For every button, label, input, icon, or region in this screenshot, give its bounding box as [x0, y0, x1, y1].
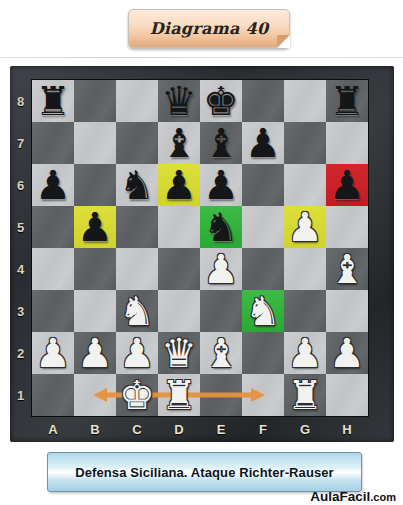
- square-c6: ♞: [116, 164, 158, 206]
- square-e5: ♞: [200, 206, 242, 248]
- square-c8: [116, 80, 158, 122]
- square-a8: ♜: [32, 80, 74, 122]
- square-e7: ♝: [200, 122, 242, 164]
- square-e6: ♟: [200, 164, 242, 206]
- square-f4: [242, 248, 284, 290]
- square-h1: [326, 374, 368, 416]
- square-a3: [32, 290, 74, 332]
- black-queen-d8: ♛: [161, 80, 197, 122]
- square-b8: [74, 80, 116, 122]
- square-g8: [284, 80, 326, 122]
- black-pawn-f7: ♟: [245, 122, 281, 164]
- file-label-b: B: [74, 416, 116, 442]
- file-label-a: A: [32, 416, 74, 442]
- square-e4: ♟: [200, 248, 242, 290]
- white-pawn-b2: ♟: [77, 332, 113, 374]
- file-label-f: F: [242, 416, 284, 442]
- rank-label-5: 5: [10, 206, 31, 248]
- black-pawn-a6: ♟: [35, 164, 71, 206]
- black-pawn-e6: ♟: [203, 164, 239, 206]
- square-c4: [116, 248, 158, 290]
- square-g3: [284, 290, 326, 332]
- site-tld: .com: [370, 491, 396, 503]
- white-king-c1: ♚: [119, 374, 155, 416]
- black-king-e8: ♚: [203, 80, 239, 122]
- square-d3: [158, 290, 200, 332]
- square-e1: [200, 374, 242, 416]
- square-h6: ♟: [326, 164, 368, 206]
- white-queen-d2: ♛: [161, 332, 197, 374]
- square-f3: ♞: [242, 290, 284, 332]
- black-rook-a8: ♜: [35, 80, 71, 122]
- file-label-h: H: [326, 416, 368, 442]
- square-c2: ♟: [116, 332, 158, 374]
- caption-box: Defensa Siciliana. Ataque Richter-Rauser: [47, 452, 362, 492]
- white-pawn-e4: ♟: [203, 248, 239, 290]
- square-g7: [284, 122, 326, 164]
- banner-fold-cut: [277, 35, 290, 48]
- white-knight-c3: ♞: [119, 290, 155, 332]
- square-c1: ♚: [116, 374, 158, 416]
- file-labels: ABCDEFGH: [32, 416, 368, 442]
- site-name: AulaFacil: [310, 489, 370, 504]
- caption-text: Defensa Siciliana. Ataque Richter-Rauser: [75, 465, 334, 480]
- black-rook-h8: ♜: [329, 80, 365, 122]
- square-c7: [116, 122, 158, 164]
- white-rook-g1: ♜: [287, 374, 323, 416]
- square-f7: ♟: [242, 122, 284, 164]
- diagram-banner: Diagrama 40: [128, 9, 290, 48]
- black-bishop-e7: ♝: [203, 122, 239, 164]
- square-d8: ♛: [158, 80, 200, 122]
- square-b3: [74, 290, 116, 332]
- file-label-d: D: [158, 416, 200, 442]
- square-d1: ♜: [158, 374, 200, 416]
- white-pawn-c2: ♟: [119, 332, 155, 374]
- divider-line: [0, 57, 403, 58]
- diagram-title: Diagrama 40: [150, 19, 269, 38]
- square-f5: [242, 206, 284, 248]
- square-c3: ♞: [116, 290, 158, 332]
- rank-label-1: 1: [10, 374, 31, 416]
- square-c5: [116, 206, 158, 248]
- rank-label-4: 4: [10, 248, 31, 290]
- square-f6: [242, 164, 284, 206]
- lesson-page: Diagrama 40 87654321 ♜♛♚♜♝♝♟♟♞♟♟♟♟♞♟♟♝♞♞…: [0, 0, 403, 505]
- square-e2: ♝: [200, 332, 242, 374]
- square-d7: ♝: [158, 122, 200, 164]
- rank-label-6: 6: [10, 164, 31, 206]
- square-e3: [200, 290, 242, 332]
- square-g5: ♟: [284, 206, 326, 248]
- black-bishop-d7: ♝: [161, 122, 197, 164]
- square-b7: [74, 122, 116, 164]
- square-g1: ♜: [284, 374, 326, 416]
- square-e8: ♚: [200, 80, 242, 122]
- black-knight-c6: ♞: [119, 164, 155, 206]
- white-pawn-g5: ♟: [287, 206, 323, 248]
- black-pawn-d6: ♟: [161, 164, 197, 206]
- white-pawn-a2: ♟: [35, 332, 71, 374]
- rank-label-3: 3: [10, 290, 31, 332]
- square-b4: [74, 248, 116, 290]
- square-h5: [326, 206, 368, 248]
- square-g4: [284, 248, 326, 290]
- square-h3: [326, 290, 368, 332]
- square-h2: ♟: [326, 332, 368, 374]
- square-d6: ♟: [158, 164, 200, 206]
- file-label-g: G: [284, 416, 326, 442]
- square-d2: ♛: [158, 332, 200, 374]
- square-f8: [242, 80, 284, 122]
- white-bishop-h4: ♝: [329, 248, 365, 290]
- site-logo: AulaFacil.com: [310, 487, 396, 505]
- square-h4: ♝: [326, 248, 368, 290]
- square-f1: [242, 374, 284, 416]
- square-b1: [74, 374, 116, 416]
- white-pawn-g2: ♟: [287, 332, 323, 374]
- square-b2: ♟: [74, 332, 116, 374]
- black-pawn-h6: ♟: [329, 164, 365, 206]
- white-pawn-h2: ♟: [329, 332, 365, 374]
- rank-label-7: 7: [10, 122, 31, 164]
- chess-board: 87654321 ♜♛♚♜♝♝♟♟♞♟♟♟♟♞♟♟♝♞♞♟♟♟♛♝♟♟♚♜♜ A…: [10, 66, 394, 442]
- square-a6: ♟: [32, 164, 74, 206]
- square-a1: [32, 374, 74, 416]
- square-f2: [242, 332, 284, 374]
- square-g2: ♟: [284, 332, 326, 374]
- square-b5: ♟: [74, 206, 116, 248]
- square-a5: [32, 206, 74, 248]
- square-a7: [32, 122, 74, 164]
- board-squares: ♜♛♚♜♝♝♟♟♞♟♟♟♟♞♟♟♝♞♞♟♟♟♛♝♟♟♚♜♜: [31, 79, 369, 417]
- white-knight-f3: ♞: [245, 290, 281, 332]
- square-h7: [326, 122, 368, 164]
- white-rook-d1: ♜: [161, 374, 197, 416]
- file-label-e: E: [200, 416, 242, 442]
- square-b6: [74, 164, 116, 206]
- square-h8: ♜: [326, 80, 368, 122]
- square-d4: [158, 248, 200, 290]
- white-bishop-e2: ♝: [203, 332, 239, 374]
- black-knight-e5: ♞: [203, 206, 239, 248]
- rank-label-8: 8: [10, 80, 31, 122]
- square-d5: [158, 206, 200, 248]
- rank-labels: 87654321: [10, 80, 31, 416]
- square-a4: [32, 248, 74, 290]
- rank-label-2: 2: [10, 332, 31, 374]
- square-g6: [284, 164, 326, 206]
- file-label-c: C: [116, 416, 158, 442]
- black-pawn-b5: ♟: [77, 206, 113, 248]
- square-a2: ♟: [32, 332, 74, 374]
